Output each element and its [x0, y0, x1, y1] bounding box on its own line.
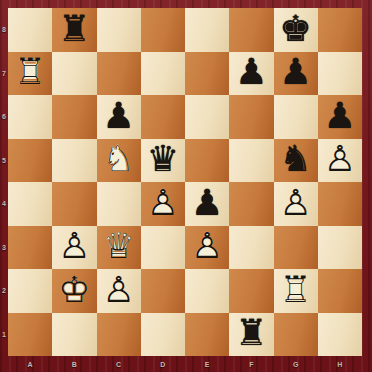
rank-label-2: 2 [0, 269, 8, 313]
white-king[interactable]: ♚♔ [52, 269, 96, 313]
white-pawn[interactable]: ♟♙ [185, 226, 229, 270]
square-f8[interactable] [229, 8, 273, 52]
piece-outline-glyph: ♙ [185, 226, 229, 270]
white-rook[interactable]: ♜♖ [274, 269, 318, 313]
square-b6[interactable] [52, 95, 96, 139]
square-h1[interactable] [318, 313, 362, 357]
piece-glyph: ♟ [229, 52, 273, 96]
square-d2[interactable] [141, 269, 185, 313]
square-f3[interactable] [229, 226, 273, 270]
square-b4[interactable] [52, 182, 96, 226]
black-queen[interactable]: ♛ [141, 139, 185, 183]
square-e5[interactable] [185, 139, 229, 183]
black-knight[interactable]: ♞ [274, 139, 318, 183]
square-b2[interactable]: ♚♔ [52, 269, 96, 313]
rank-label-5: 5 [0, 139, 8, 183]
square-e1[interactable] [185, 313, 229, 357]
piece-outline-glyph: ♖ [274, 269, 318, 313]
square-a4[interactable] [8, 182, 52, 226]
square-d6[interactable] [141, 95, 185, 139]
file-label-b: B [52, 356, 96, 372]
square-f6[interactable] [229, 95, 273, 139]
square-c4[interactable] [97, 182, 141, 226]
square-e3[interactable]: ♟♙ [185, 226, 229, 270]
square-g7[interactable]: ♟ [274, 52, 318, 96]
square-h6[interactable]: ♟ [318, 95, 362, 139]
square-b5[interactable] [52, 139, 96, 183]
square-h8[interactable] [318, 8, 362, 52]
white-pawn[interactable]: ♟♙ [52, 226, 96, 270]
square-e6[interactable] [185, 95, 229, 139]
square-d3[interactable] [141, 226, 185, 270]
square-c7[interactable] [97, 52, 141, 96]
white-pawn[interactable]: ♟♙ [318, 139, 362, 183]
square-h4[interactable] [318, 182, 362, 226]
square-f2[interactable] [229, 269, 273, 313]
square-d7[interactable] [141, 52, 185, 96]
square-g3[interactable] [274, 226, 318, 270]
file-label-a: A [8, 356, 52, 372]
square-f7[interactable]: ♟ [229, 52, 273, 96]
board: ♜♚♜♖♟♟♟♟♞♘♛♞♟♙♟♙♟♟♙♟♙♛♕♟♙♚♔♟♙♜♖♜ [8, 8, 362, 356]
black-pawn[interactable]: ♟ [229, 52, 273, 96]
square-c3[interactable]: ♛♕ [97, 226, 141, 270]
square-h2[interactable] [318, 269, 362, 313]
black-pawn[interactable]: ♟ [274, 52, 318, 96]
square-c5[interactable]: ♞♘ [97, 139, 141, 183]
square-g2[interactable]: ♜♖ [274, 269, 318, 313]
square-d8[interactable] [141, 8, 185, 52]
rank-label-4: 4 [0, 182, 8, 226]
square-e4[interactable]: ♟ [185, 182, 229, 226]
square-g4[interactable]: ♟♙ [274, 182, 318, 226]
square-d4[interactable]: ♟♙ [141, 182, 185, 226]
piece-glyph: ♟ [185, 182, 229, 226]
square-f5[interactable] [229, 139, 273, 183]
white-pawn[interactable]: ♟♙ [97, 269, 141, 313]
rank-label-3: 3 [0, 226, 8, 270]
white-rook[interactable]: ♜♖ [8, 52, 52, 96]
file-label-c: C [97, 356, 141, 372]
piece-outline-glyph: ♙ [274, 182, 318, 226]
piece-glyph: ♟ [97, 95, 141, 139]
square-c2[interactable]: ♟♙ [97, 269, 141, 313]
piece-glyph: ♛ [141, 139, 185, 183]
black-king[interactable]: ♚ [274, 8, 318, 52]
square-a2[interactable] [8, 269, 52, 313]
file-label-g: G [274, 356, 318, 372]
square-c1[interactable] [97, 313, 141, 357]
rank-label-6: 6 [0, 95, 8, 139]
rank-label-8: 8 [0, 8, 8, 52]
square-e8[interactable] [185, 8, 229, 52]
file-labels: ABCDEFGH [8, 356, 362, 372]
black-rook[interactable]: ♜ [52, 8, 96, 52]
black-pawn[interactable]: ♟ [185, 182, 229, 226]
piece-glyph: ♜ [229, 313, 273, 357]
piece-glyph: ♟ [274, 52, 318, 96]
piece-glyph: ♚ [274, 8, 318, 52]
file-label-e: E [185, 356, 229, 372]
piece-outline-glyph: ♔ [52, 269, 96, 313]
rank-label-1: 1 [0, 313, 8, 357]
square-a6[interactable] [8, 95, 52, 139]
square-a8[interactable] [8, 8, 52, 52]
square-a7[interactable]: ♜♖ [8, 52, 52, 96]
square-g6[interactable] [274, 95, 318, 139]
piece-outline-glyph: ♘ [97, 139, 141, 183]
piece-glyph: ♞ [274, 139, 318, 183]
square-a5[interactable] [8, 139, 52, 183]
square-d1[interactable] [141, 313, 185, 357]
piece-glyph: ♜ [52, 8, 96, 52]
square-a1[interactable] [8, 313, 52, 357]
square-c8[interactable] [97, 8, 141, 52]
white-knight[interactable]: ♞♘ [97, 139, 141, 183]
file-label-d: D [141, 356, 185, 372]
black-pawn[interactable]: ♟ [97, 95, 141, 139]
square-e7[interactable] [185, 52, 229, 96]
square-b8[interactable]: ♜ [52, 8, 96, 52]
square-c6[interactable]: ♟ [97, 95, 141, 139]
file-label-f: F [229, 356, 273, 372]
piece-outline-glyph: ♙ [52, 226, 96, 270]
square-f4[interactable] [229, 182, 273, 226]
square-b1[interactable] [52, 313, 96, 357]
square-b3[interactable]: ♟♙ [52, 226, 96, 270]
square-h5[interactable]: ♟♙ [318, 139, 362, 183]
white-pawn[interactable]: ♟♙ [141, 182, 185, 226]
white-pawn[interactable]: ♟♙ [274, 182, 318, 226]
piece-outline-glyph: ♙ [141, 182, 185, 226]
black-pawn[interactable]: ♟ [318, 95, 362, 139]
file-label-h: H [318, 356, 362, 372]
square-h3[interactable] [318, 226, 362, 270]
square-g8[interactable]: ♚ [274, 8, 318, 52]
rank-labels: 87654321 [0, 8, 8, 356]
black-rook[interactable]: ♜ [229, 313, 273, 357]
board-frame: ♜♚♜♖♟♟♟♟♞♘♛♞♟♙♟♙♟♟♙♟♙♛♕♟♙♚♔♟♙♜♖♜ 8765432… [0, 0, 372, 372]
piece-outline-glyph: ♙ [318, 139, 362, 183]
white-queen[interactable]: ♛♕ [97, 226, 141, 270]
piece-outline-glyph: ♖ [8, 52, 52, 96]
square-d5[interactable]: ♛ [141, 139, 185, 183]
square-f1[interactable]: ♜ [229, 313, 273, 357]
square-h7[interactable] [318, 52, 362, 96]
square-b7[interactable] [52, 52, 96, 96]
square-e2[interactable] [185, 269, 229, 313]
square-g5[interactable]: ♞ [274, 139, 318, 183]
piece-glyph: ♟ [318, 95, 362, 139]
square-a3[interactable] [8, 226, 52, 270]
square-g1[interactable] [274, 313, 318, 357]
piece-outline-glyph: ♙ [97, 269, 141, 313]
rank-label-7: 7 [0, 52, 8, 96]
piece-outline-glyph: ♕ [97, 226, 141, 270]
